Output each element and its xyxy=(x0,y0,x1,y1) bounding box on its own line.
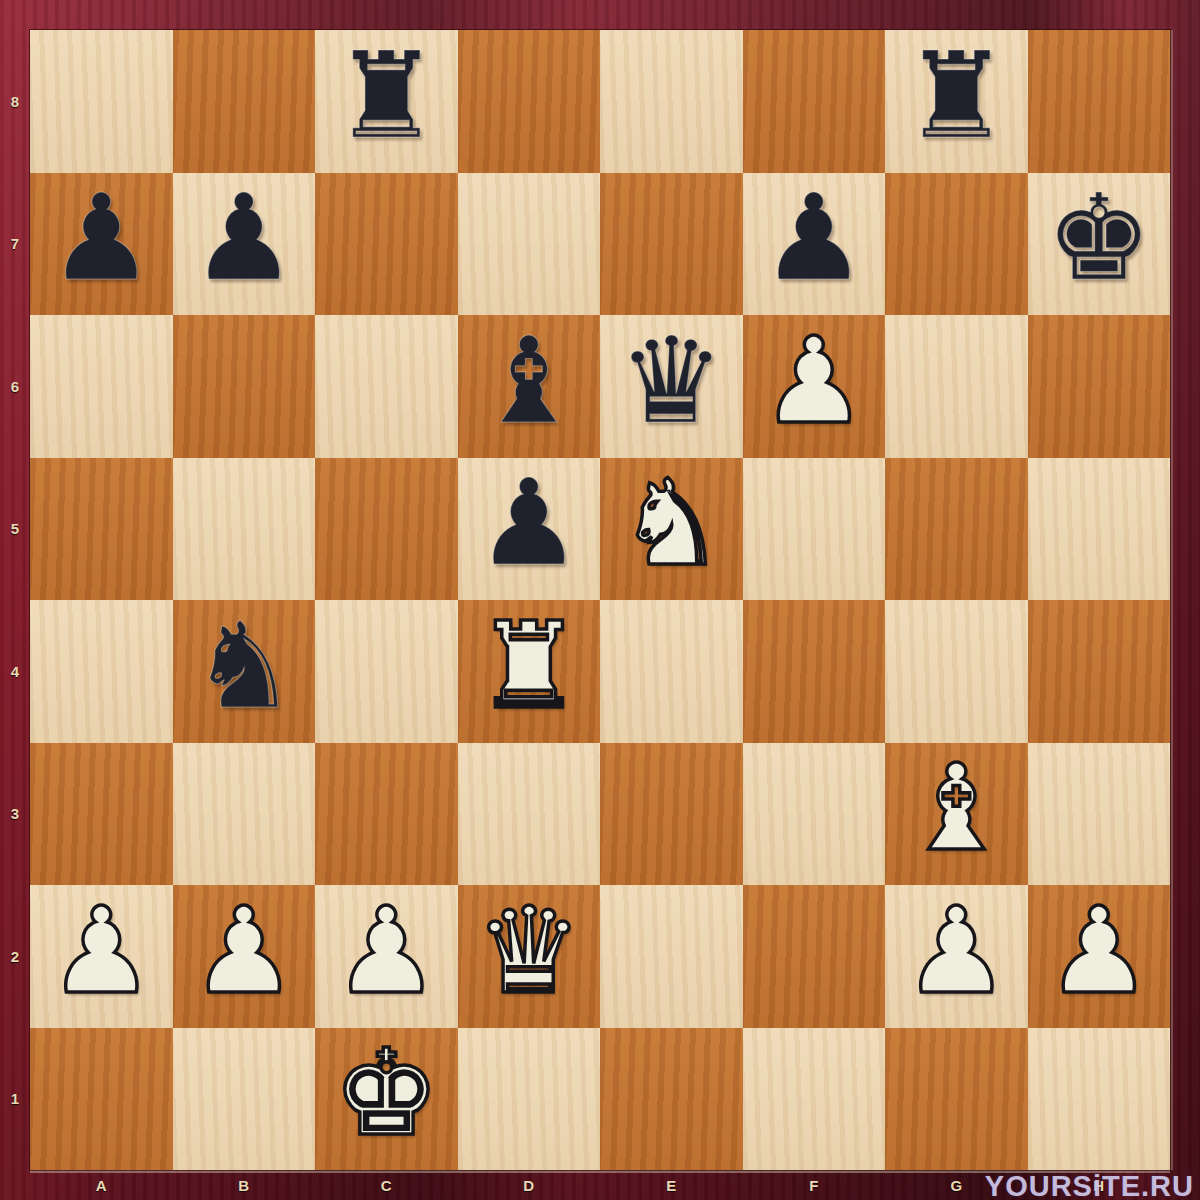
square-a6[interactable] xyxy=(30,315,173,458)
square-c8[interactable]: ♜ xyxy=(315,30,458,173)
square-c6[interactable] xyxy=(315,315,458,458)
watermark: YOURSiTE.RU xyxy=(985,1170,1194,1200)
rank-label-3: 3 xyxy=(0,743,30,886)
square-c4[interactable] xyxy=(315,600,458,743)
rank-label-7: 7 xyxy=(0,173,30,316)
square-c2[interactable]: ♟ xyxy=(315,885,458,1028)
piece-white-pawn: ♟ xyxy=(1045,892,1152,1011)
piece-white-pawn: ♟ xyxy=(760,322,867,441)
square-h7[interactable]: ♚ xyxy=(1028,173,1171,316)
square-f8[interactable] xyxy=(743,30,886,173)
square-h5[interactable] xyxy=(1028,458,1171,601)
square-b5[interactable] xyxy=(173,458,316,601)
square-d7[interactable] xyxy=(458,173,601,316)
file-label-e: E xyxy=(600,1170,743,1200)
square-b1[interactable] xyxy=(173,1028,316,1171)
piece-black-knight: ♞ xyxy=(190,607,297,726)
square-g7[interactable] xyxy=(885,173,1028,316)
square-h1[interactable] xyxy=(1028,1028,1171,1171)
piece-black-pawn: ♟ xyxy=(475,464,582,583)
square-c1[interactable]: ♚ xyxy=(315,1028,458,1171)
square-e3[interactable] xyxy=(600,743,743,886)
square-f1[interactable] xyxy=(743,1028,886,1171)
rank-labels: 87654321 xyxy=(0,30,30,1170)
file-label-f: F xyxy=(743,1170,886,1200)
square-f5[interactable] xyxy=(743,458,886,601)
square-e6[interactable]: ♛ xyxy=(600,315,743,458)
square-a1[interactable] xyxy=(30,1028,173,1171)
piece-black-queen: ♛ xyxy=(618,322,725,441)
square-d8[interactable] xyxy=(458,30,601,173)
piece-black-pawn: ♟ xyxy=(760,179,867,298)
square-f3[interactable] xyxy=(743,743,886,886)
square-h2[interactable]: ♟ xyxy=(1028,885,1171,1028)
piece-white-queen: ♛ xyxy=(475,892,582,1011)
square-g4[interactable] xyxy=(885,600,1028,743)
board: ♜♜♟♟♟♚♝♛♟♟♞♞♜♝♟♟♟♛♟♟♚ xyxy=(30,30,1170,1170)
square-h8[interactable] xyxy=(1028,30,1171,173)
rank-label-1: 1 xyxy=(0,1028,30,1171)
square-f7[interactable]: ♟ xyxy=(743,173,886,316)
piece-white-rook: ♜ xyxy=(475,607,582,726)
piece-white-pawn: ♟ xyxy=(903,892,1010,1011)
piece-white-pawn: ♟ xyxy=(190,892,297,1011)
square-d5[interactable]: ♟ xyxy=(458,458,601,601)
square-g3[interactable]: ♝ xyxy=(885,743,1028,886)
square-d2[interactable]: ♛ xyxy=(458,885,601,1028)
piece-black-rook: ♜ xyxy=(333,37,440,156)
rank-label-2: 2 xyxy=(0,885,30,1028)
piece-white-king: ♚ xyxy=(333,1034,440,1153)
square-e2[interactable] xyxy=(600,885,743,1028)
square-b6[interactable] xyxy=(173,315,316,458)
square-b8[interactable] xyxy=(173,30,316,173)
square-e7[interactable] xyxy=(600,173,743,316)
piece-black-king: ♚ xyxy=(1045,179,1152,298)
square-a7[interactable]: ♟ xyxy=(30,173,173,316)
square-a4[interactable] xyxy=(30,600,173,743)
rank-label-5: 5 xyxy=(0,458,30,601)
file-label-d: D xyxy=(458,1170,601,1200)
square-f4[interactable] xyxy=(743,600,886,743)
square-e8[interactable] xyxy=(600,30,743,173)
piece-black-rook: ♜ xyxy=(903,37,1010,156)
chess-diagram: ♜♜♟♟♟♚♝♛♟♟♞♞♜♝♟♟♟♛♟♟♚ 87654321 ABCDEFGH … xyxy=(0,0,1200,1200)
square-b7[interactable]: ♟ xyxy=(173,173,316,316)
file-label-c: C xyxy=(315,1170,458,1200)
square-h4[interactable] xyxy=(1028,600,1171,743)
file-label-a: A xyxy=(30,1170,173,1200)
square-e4[interactable] xyxy=(600,600,743,743)
file-label-b: B xyxy=(173,1170,316,1200)
square-a8[interactable] xyxy=(30,30,173,173)
square-g2[interactable]: ♟ xyxy=(885,885,1028,1028)
square-h6[interactable] xyxy=(1028,315,1171,458)
square-c3[interactable] xyxy=(315,743,458,886)
square-g1[interactable] xyxy=(885,1028,1028,1171)
square-c7[interactable] xyxy=(315,173,458,316)
square-g8[interactable]: ♜ xyxy=(885,30,1028,173)
piece-black-pawn: ♟ xyxy=(190,179,297,298)
square-d1[interactable] xyxy=(458,1028,601,1171)
square-a5[interactable] xyxy=(30,458,173,601)
rank-label-4: 4 xyxy=(0,600,30,743)
square-b3[interactable] xyxy=(173,743,316,886)
square-f6[interactable]: ♟ xyxy=(743,315,886,458)
rank-label-6: 6 xyxy=(0,315,30,458)
square-a2[interactable]: ♟ xyxy=(30,885,173,1028)
square-e1[interactable] xyxy=(600,1028,743,1171)
square-g6[interactable] xyxy=(885,315,1028,458)
square-c5[interactable] xyxy=(315,458,458,601)
square-f2[interactable] xyxy=(743,885,886,1028)
piece-black-bishop: ♝ xyxy=(475,322,582,441)
piece-white-pawn: ♟ xyxy=(333,892,440,1011)
piece-white-pawn: ♟ xyxy=(48,892,155,1011)
square-b2[interactable]: ♟ xyxy=(173,885,316,1028)
square-h3[interactable] xyxy=(1028,743,1171,886)
square-g5[interactable] xyxy=(885,458,1028,601)
rank-label-8: 8 xyxy=(0,30,30,173)
piece-black-pawn: ♟ xyxy=(48,179,155,298)
square-e5[interactable]: ♞ xyxy=(600,458,743,601)
square-a3[interactable] xyxy=(30,743,173,886)
square-b4[interactable]: ♞ xyxy=(173,600,316,743)
piece-white-knight: ♞ xyxy=(618,464,725,583)
square-d6[interactable]: ♝ xyxy=(458,315,601,458)
square-d4[interactable]: ♜ xyxy=(458,600,601,743)
piece-white-bishop: ♝ xyxy=(903,749,1010,868)
square-d3[interactable] xyxy=(458,743,601,886)
